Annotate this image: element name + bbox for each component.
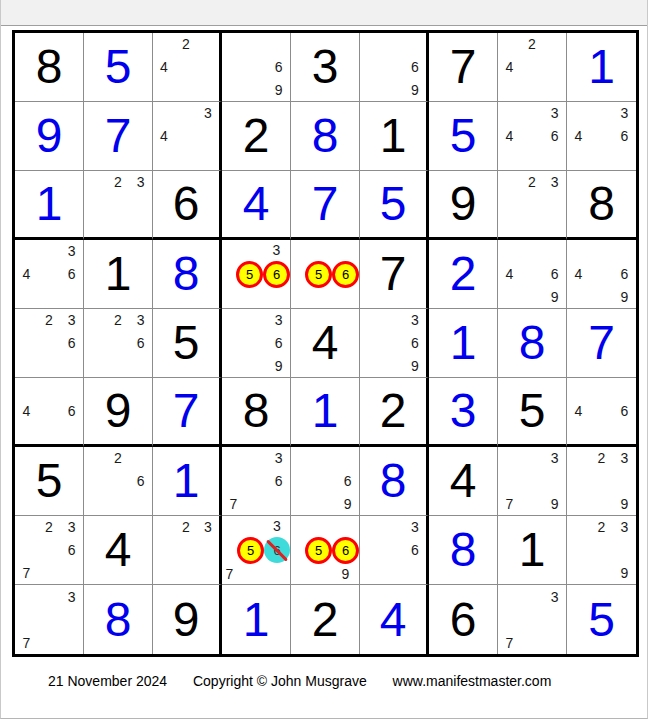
candidate-grid: 346 <box>498 102 566 170</box>
candidate-pos-3 <box>197 33 219 56</box>
cell-r5c6[interactable]: 369 <box>360 309 429 378</box>
candidate-pos-4 <box>222 470 245 493</box>
candidate-pos-4 <box>222 56 245 79</box>
highlight-circle: 6 <box>332 537 359 564</box>
candidate-grid: 3567 <box>222 516 290 584</box>
candidate-grid: 239 <box>567 447 636 515</box>
candidate-pos-2 <box>590 378 613 400</box>
cell-r6c1[interactable]: 46 <box>15 378 84 447</box>
candidate-pos-3: 3 <box>197 102 219 125</box>
candidate-pos-3 <box>60 378 83 400</box>
cell-r8c6[interactable]: 36 <box>360 516 429 585</box>
candidate-pos-1 <box>498 171 521 193</box>
cell-r3c1[interactable]: 1 <box>15 171 84 240</box>
cell-r7c7[interactable]: 4 <box>429 447 498 516</box>
cell-r9c3[interactable]: 9 <box>153 585 222 654</box>
candidate-pos-5 <box>382 56 404 79</box>
candidate-grid: 369 <box>360 309 426 377</box>
candidate-grid: 367 <box>222 447 290 515</box>
candidate-pos-1 <box>498 102 521 125</box>
given-digit: 5 <box>153 309 219 377</box>
candidate-pos-6: 6 <box>404 332 426 355</box>
candidate-pos-2 <box>245 33 268 56</box>
cell-r5c2[interactable]: 236 <box>84 309 153 378</box>
candidate-pos-6: 6 <box>60 332 83 355</box>
given-digit: 1 <box>498 516 566 584</box>
candidate-pos-1 <box>291 240 305 261</box>
cell-r3c6[interactable]: 5 <box>360 171 429 240</box>
candidate-pos-9 <box>60 285 83 308</box>
candidate-pos-5 <box>38 332 61 355</box>
candidate-pos-5: 5 <box>237 537 264 564</box>
candidate-pos-2 <box>305 516 332 537</box>
cell-r6c6[interactable]: 2 <box>360 378 429 447</box>
solved-digit: 1 <box>222 585 290 654</box>
candidate-grid: 356 <box>222 240 290 308</box>
candidate-pos-1 <box>153 102 175 125</box>
cell-r2c3[interactable]: 34 <box>153 102 222 171</box>
candidate-pos-7 <box>291 564 305 585</box>
candidate-pos-3: 3 <box>613 447 636 470</box>
cell-r5c9[interactable]: 7 <box>567 309 636 378</box>
candidate-pos-8 <box>590 285 613 308</box>
cell-r1c2[interactable]: 5 <box>84 33 153 102</box>
footer-copyright: Copyright © John Musgrave <box>193 673 367 689</box>
given-digit: 7 <box>429 33 497 101</box>
candidate-pos-6: 6 <box>267 332 290 355</box>
cell-r8c2[interactable]: 4 <box>84 516 153 585</box>
candidate-pos-7 <box>498 215 521 237</box>
candidate-pos-7 <box>222 288 236 309</box>
cell-r3c7[interactable]: 9 <box>429 171 498 240</box>
candidate-pos-4 <box>498 470 521 493</box>
candidate-pos-9 <box>60 631 83 654</box>
candidate-pos-1 <box>84 447 107 470</box>
candidate-pos-2 <box>305 240 332 261</box>
candidate-pos-7 <box>360 561 382 584</box>
candidate-pos-2 <box>175 102 197 125</box>
candidate-pos-4: 4 <box>15 400 38 422</box>
solved-digit: 4 <box>222 171 290 237</box>
candidate-pos-2 <box>38 585 61 608</box>
candidate-pos-4 <box>222 261 236 288</box>
given-digit: 8 <box>222 378 290 444</box>
candidate-pos-6 <box>197 56 219 79</box>
candidate-pos-6 <box>543 56 566 79</box>
candidate-pos-9 <box>264 564 290 585</box>
cell-r9c5[interactable]: 2 <box>291 585 360 654</box>
candidate-pos-4 <box>15 539 38 562</box>
cell-r1c1[interactable]: 8 <box>15 33 84 102</box>
candidate-pos-7 <box>567 285 590 308</box>
candidate-pos-7 <box>153 561 175 584</box>
candidate-pos-3: 3 <box>264 516 290 537</box>
candidate-pos-1 <box>15 309 38 332</box>
solved-digit: 5 <box>360 171 426 237</box>
solved-digit: 1 <box>153 447 219 515</box>
candidate-pos-3: 3 <box>613 516 636 539</box>
candidate-pos-3: 3 <box>404 309 426 332</box>
given-digit: 5 <box>498 378 566 444</box>
given-digit: 4 <box>429 447 497 515</box>
given-digit: 2 <box>222 102 290 170</box>
candidate-pos-4 <box>15 332 38 355</box>
candidate-pos-4 <box>567 470 590 493</box>
candidate-pos-1 <box>222 240 236 261</box>
candidate-pos-8 <box>237 564 264 585</box>
candidate-pos-4 <box>84 193 107 215</box>
candidate-pos-9: 9 <box>613 561 636 584</box>
candidate-pos-5: 5 <box>305 537 332 564</box>
candidate-pos-8 <box>38 285 61 308</box>
candidate-pos-9 <box>267 492 290 515</box>
candidate-pos-9: 9 <box>404 78 426 101</box>
candidate-grid: 69 <box>222 33 290 101</box>
candidate-pos-8 <box>107 215 130 237</box>
cell-r3c4[interactable]: 4 <box>222 171 291 240</box>
cell-r8c1[interactable]: 2367 <box>15 516 84 585</box>
given-digit: 6 <box>429 585 497 654</box>
solved-digit: 5 <box>84 33 152 101</box>
cell-r5c8[interactable]: 8 <box>498 309 567 378</box>
cell-r4c1[interactable]: 346 <box>15 240 84 309</box>
cell-r5c1[interactable]: 236 <box>15 309 84 378</box>
cell-r1c9[interactable]: 1 <box>567 33 636 102</box>
cell-r2c4[interactable]: 2 <box>222 102 291 171</box>
candidate-pos-3 <box>404 33 426 56</box>
candidate-pos-9: 9 <box>613 285 636 308</box>
solved-digit: 1 <box>15 171 83 237</box>
cell-r7c6[interactable]: 8 <box>360 447 429 516</box>
candidate-pos-3 <box>543 240 566 263</box>
cell-r6c8[interactable]: 5 <box>498 378 567 447</box>
candidate-pos-6: 6 <box>129 332 152 355</box>
candidate-pos-3: 3 <box>543 171 566 193</box>
candidate-pos-6 <box>543 470 566 493</box>
candidate-pos-5 <box>521 608 544 631</box>
candidate-pos-6 <box>129 193 152 215</box>
candidate-pos-3 <box>543 33 566 56</box>
candidate-pos-2 <box>521 240 544 263</box>
given-digit: 4 <box>291 309 359 377</box>
candidate-pos-6: 6 <box>60 539 83 562</box>
candidate-pos-1 <box>567 516 590 539</box>
candidate-pos-5 <box>590 470 613 493</box>
cell-r1c6[interactable]: 69 <box>360 33 429 102</box>
given-digit: 9 <box>429 171 497 237</box>
cell-r8c4[interactable]: 3567 <box>222 516 291 585</box>
candidate-grid: 236 <box>84 309 152 377</box>
candidate-pos-8 <box>107 354 130 377</box>
candidate-pos-6: 6 <box>613 263 636 286</box>
candidate-pos-5 <box>175 539 197 562</box>
candidate-pos-2: 2 <box>107 447 130 470</box>
cell-r7c8[interactable]: 379 <box>498 447 567 516</box>
candidate-pos-4 <box>567 539 590 562</box>
board-area: 8524693697241973428153463461236475923834… <box>12 30 647 689</box>
cell-r9c9[interactable]: 5 <box>567 585 636 654</box>
candidate-pos-8 <box>38 354 61 377</box>
candidate-grid: 24 <box>153 33 219 101</box>
candidate-pos-1 <box>498 447 521 470</box>
candidate-pos-7 <box>498 285 521 308</box>
cell-r7c9[interactable]: 239 <box>567 447 636 516</box>
cell-r9c4[interactable]: 1 <box>222 585 291 654</box>
candidate-pos-8 <box>245 78 268 101</box>
candidate-pos-3: 3 <box>404 516 426 539</box>
cell-r8c5[interactable]: 569 <box>291 516 360 585</box>
cell-r4c2[interactable]: 1 <box>84 240 153 309</box>
solved-digit: 5 <box>567 585 636 654</box>
cell-r2c7[interactable]: 5 <box>429 102 498 171</box>
candidate-pos-2 <box>382 309 404 332</box>
cell-r1c4[interactable]: 69 <box>222 33 291 102</box>
candidate-pos-2: 2 <box>521 171 544 193</box>
candidate-grid: 23 <box>84 171 152 237</box>
cell-r2c6[interactable]: 1 <box>360 102 429 171</box>
solved-digit: 8 <box>291 102 359 170</box>
candidate-pos-6 <box>60 608 83 631</box>
candidate-pos-3: 3 <box>543 447 566 470</box>
candidate-pos-2: 2 <box>175 516 197 539</box>
candidate-pos-5 <box>38 263 61 286</box>
cell-r6c5[interactable]: 1 <box>291 378 360 447</box>
candidate-pos-7 <box>567 492 590 515</box>
candidate-pos-7 <box>567 561 590 584</box>
footer-date: 21 November 2024 <box>48 673 167 689</box>
cell-r3c5[interactable]: 7 <box>291 171 360 240</box>
cell-r3c8[interactable]: 23 <box>498 171 567 240</box>
candidate-pos-9 <box>129 215 152 237</box>
candidate-pos-6: 6 <box>264 537 290 564</box>
cell-r9c7[interactable]: 6 <box>429 585 498 654</box>
candidate-pos-9 <box>332 288 359 309</box>
candidate-pos-1 <box>222 309 245 332</box>
candidate-pos-8 <box>521 147 544 170</box>
candidate-pos-4 <box>153 539 175 562</box>
candidate-pos-4 <box>498 193 521 215</box>
candidate-grid: 369 <box>222 309 290 377</box>
candidate-pos-7 <box>291 492 314 515</box>
candidate-pos-5 <box>245 56 268 79</box>
cell-r4c8[interactable]: 469 <box>498 240 567 309</box>
candidate-pos-2 <box>314 447 337 470</box>
candidate-pos-7: 7 <box>222 492 245 515</box>
cell-r8c8[interactable]: 1 <box>498 516 567 585</box>
candidate-pos-1 <box>153 33 175 56</box>
cell-r8c9[interactable]: 239 <box>567 516 636 585</box>
candidate-pos-8 <box>521 492 544 515</box>
cell-r4c5[interactable]: 56 <box>291 240 360 309</box>
cell-r2c2[interactable]: 7 <box>84 102 153 171</box>
candidate-pos-2 <box>521 102 544 125</box>
candidate-pos-2 <box>38 378 61 400</box>
cell-r2c5[interactable]: 8 <box>291 102 360 171</box>
candidate-pos-2 <box>382 33 404 56</box>
cell-r9c8[interactable]: 37 <box>498 585 567 654</box>
candidate-pos-1 <box>222 33 245 56</box>
candidate-pos-7: 7 <box>498 631 521 654</box>
candidate-pos-4 <box>498 608 521 631</box>
candidate-pos-5: 5 <box>305 261 332 288</box>
cell-r8c7[interactable]: 8 <box>429 516 498 585</box>
cell-r2c8[interactable]: 346 <box>498 102 567 171</box>
cell-r1c5[interactable]: 3 <box>291 33 360 102</box>
candidate-pos-7: 7 <box>498 492 521 515</box>
candidate-pos-2: 2 <box>38 309 61 332</box>
cell-r6c2[interactable]: 9 <box>84 378 153 447</box>
candidate-pos-3 <box>332 240 359 261</box>
cell-r3c3[interactable]: 6 <box>153 171 222 240</box>
candidate-pos-1 <box>15 516 38 539</box>
candidate-pos-7 <box>15 354 38 377</box>
candidate-pos-9 <box>129 492 152 515</box>
candidate-grid: 34 <box>153 102 219 170</box>
given-digit: 9 <box>153 585 219 654</box>
toolbar-strip <box>1 0 647 26</box>
cell-r3c9[interactable]: 8 <box>567 171 636 240</box>
candidate-pos-4: 4 <box>15 263 38 286</box>
candidate-pos-6: 6 <box>336 470 359 493</box>
cell-r7c1[interactable]: 5 <box>15 447 84 516</box>
candidate-pos-6: 6 <box>129 470 152 493</box>
candidate-pos-8 <box>245 492 268 515</box>
candidate-pos-3: 3 <box>543 102 566 125</box>
candidate-pos-3: 3 <box>60 240 83 263</box>
cell-r9c1[interactable]: 37 <box>15 585 84 654</box>
cell-r7c3[interactable]: 1 <box>153 447 222 516</box>
cell-r5c5[interactable]: 4 <box>291 309 360 378</box>
cell-r5c7[interactable]: 1 <box>429 309 498 378</box>
candidate-pos-6: 6 <box>543 125 566 148</box>
candidate-pos-8 <box>590 492 613 515</box>
candidate-pos-8 <box>382 78 404 101</box>
cell-r7c4[interactable]: 367 <box>222 447 291 516</box>
candidate-pos-9 <box>60 422 83 444</box>
candidate-pos-5 <box>382 332 404 355</box>
candidate-pos-2 <box>245 309 268 332</box>
candidate-pos-7 <box>153 78 175 101</box>
candidate-pos-4: 4 <box>498 263 521 286</box>
cell-r8c3[interactable]: 23 <box>153 516 222 585</box>
solved-digit: 7 <box>567 309 636 377</box>
cell-r2c9[interactable]: 346 <box>567 102 636 171</box>
cell-r6c7[interactable]: 3 <box>429 378 498 447</box>
candidate-pos-4 <box>15 608 38 631</box>
candidate-pos-8 <box>175 561 197 584</box>
cell-r6c4[interactable]: 8 <box>222 378 291 447</box>
solved-digit: 1 <box>567 33 636 101</box>
candidate-pos-8 <box>521 285 544 308</box>
cell-r4c7[interactable]: 2 <box>429 240 498 309</box>
candidate-pos-6 <box>197 125 219 148</box>
candidate-grid: 23 <box>498 171 566 237</box>
cell-r1c3[interactable]: 24 <box>153 33 222 102</box>
solved-digit: 8 <box>84 585 152 654</box>
candidate-pos-8 <box>521 78 544 101</box>
candidate-pos-5 <box>521 56 544 79</box>
candidate-pos-1 <box>567 378 590 400</box>
candidate-pos-7 <box>84 215 107 237</box>
candidate-pos-3: 3 <box>197 516 219 539</box>
cell-r4c4[interactable]: 356 <box>222 240 291 309</box>
candidate-pos-9 <box>60 354 83 377</box>
cell-r2c1[interactable]: 9 <box>15 102 84 171</box>
cell-r1c7[interactable]: 7 <box>429 33 498 102</box>
candidate-pos-5 <box>314 470 337 493</box>
candidate-pos-7 <box>291 288 305 309</box>
solved-digit: 1 <box>429 309 497 377</box>
cell-r6c9[interactable]: 46 <box>567 378 636 447</box>
candidate-grid: 569 <box>291 516 359 584</box>
candidate-pos-2 <box>590 240 613 263</box>
candidate-pos-2: 2 <box>590 447 613 470</box>
candidate-pos-5 <box>521 193 544 215</box>
candidate-grid: 23 <box>153 516 219 584</box>
cell-r9c6[interactable]: 4 <box>360 585 429 654</box>
candidate-pos-7 <box>222 354 245 377</box>
given-digit: 7 <box>360 240 426 308</box>
solved-digit: 8 <box>429 516 497 584</box>
candidate-pos-6: 6 <box>332 261 359 288</box>
cell-r3c2[interactable]: 23 <box>84 171 153 240</box>
app-window: 8524693697241973428153463461236475923834… <box>0 0 648 719</box>
highlight-circle: 5 <box>236 261 263 288</box>
candidate-pos-2 <box>237 516 264 537</box>
candidate-pos-5 <box>590 125 613 148</box>
highlight-circle: 5 <box>305 537 332 564</box>
candidate-pos-8 <box>236 288 263 309</box>
cell-r5c4[interactable]: 369 <box>222 309 291 378</box>
candidate-grid: 46 <box>15 378 83 444</box>
candidate-pos-2: 2 <box>521 33 544 56</box>
candidate-pos-9: 9 <box>543 285 566 308</box>
candidate-pos-5 <box>175 56 197 79</box>
given-digit: 8 <box>15 33 83 101</box>
cell-r7c2[interactable]: 26 <box>84 447 153 516</box>
cell-r4c9[interactable]: 469 <box>567 240 636 309</box>
candidate-pos-9 <box>197 561 219 584</box>
candidate-pos-6 <box>197 539 219 562</box>
candidate-pos-9 <box>613 147 636 170</box>
candidate-pos-5 <box>590 263 613 286</box>
candidate-pos-4 <box>291 261 305 288</box>
candidate-pos-6: 6 <box>267 56 290 79</box>
candidate-pos-4 <box>84 470 107 493</box>
cell-r6c3[interactable]: 7 <box>153 378 222 447</box>
candidate-pos-8 <box>590 561 613 584</box>
candidate-pos-4: 4 <box>567 263 590 286</box>
candidate-grid: 236 <box>15 309 83 377</box>
cell-r9c2[interactable]: 8 <box>84 585 153 654</box>
candidate-pos-7 <box>498 78 521 101</box>
candidate-pos-2: 2 <box>175 33 197 56</box>
candidate-pos-2 <box>38 240 61 263</box>
cell-r1c8[interactable]: 24 <box>498 33 567 102</box>
candidate-pos-3: 3 <box>60 516 83 539</box>
cell-r7c5[interactable]: 69 <box>291 447 360 516</box>
candidate-pos-9 <box>543 631 566 654</box>
candidate-pos-1 <box>498 585 521 608</box>
candidate-pos-8 <box>382 561 404 584</box>
cell-r4c6[interactable]: 7 <box>360 240 429 309</box>
solved-digit: 8 <box>498 309 566 377</box>
cell-r4c3[interactable]: 8 <box>153 240 222 309</box>
candidate-grid: 37 <box>15 585 83 654</box>
given-digit: 9 <box>84 378 152 444</box>
cell-r5c3[interactable]: 5 <box>153 309 222 378</box>
candidate-pos-2 <box>236 240 263 261</box>
